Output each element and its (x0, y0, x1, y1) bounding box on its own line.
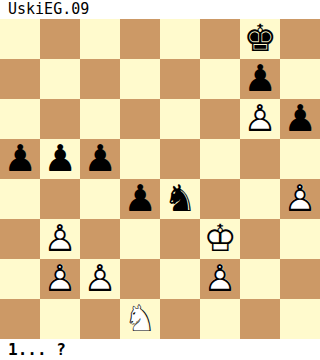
white-pawn[interactable]: ♟♙ (40, 219, 80, 259)
black-pawn-glyph: ♟ (120, 179, 160, 219)
square-b1[interactable] (40, 299, 80, 339)
square-h5[interactable] (280, 139, 320, 179)
square-a6[interactable] (0, 99, 40, 139)
white-pawn-outline: ♙ (280, 179, 320, 219)
square-c3[interactable] (80, 219, 120, 259)
square-c7[interactable] (80, 59, 120, 99)
square-b5[interactable]: ♟ (40, 139, 80, 179)
square-g5[interactable] (240, 139, 280, 179)
black-king[interactable]: ♚ (240, 19, 280, 59)
square-e8[interactable] (160, 19, 200, 59)
square-a8[interactable] (0, 19, 40, 59)
square-d3[interactable] (120, 219, 160, 259)
black-pawn[interactable]: ♟ (120, 179, 160, 219)
white-king-outline: ♔ (200, 219, 240, 259)
square-e3[interactable] (160, 219, 200, 259)
white-pawn[interactable]: ♟♙ (280, 179, 320, 219)
square-a1[interactable] (0, 299, 40, 339)
white-king[interactable]: ♚♔ (200, 219, 240, 259)
square-c2[interactable]: ♟♙ (80, 259, 120, 299)
white-pawn-outline: ♙ (80, 259, 120, 299)
square-h1[interactable] (280, 299, 320, 339)
square-c6[interactable] (80, 99, 120, 139)
square-b3[interactable]: ♟♙ (40, 219, 80, 259)
square-g2[interactable] (240, 259, 280, 299)
square-d7[interactable] (120, 59, 160, 99)
square-b4[interactable] (40, 179, 80, 219)
square-f8[interactable] (200, 19, 240, 59)
square-d5[interactable] (120, 139, 160, 179)
white-pawn[interactable]: ♟♙ (240, 99, 280, 139)
white-knight-outline: ♘ (120, 299, 160, 339)
black-knight-glyph: ♞ (160, 179, 200, 219)
square-h3[interactable] (280, 219, 320, 259)
square-f3[interactable]: ♚♔ (200, 219, 240, 259)
square-e2[interactable] (160, 259, 200, 299)
black-pawn[interactable]: ♟ (280, 99, 320, 139)
square-c5[interactable]: ♟ (80, 139, 120, 179)
square-b2[interactable]: ♟♙ (40, 259, 80, 299)
square-h6[interactable]: ♟ (280, 99, 320, 139)
square-a4[interactable] (0, 179, 40, 219)
black-pawn-glyph: ♟ (280, 99, 320, 139)
square-a5[interactable]: ♟ (0, 139, 40, 179)
square-b7[interactable] (40, 59, 80, 99)
move-prompt: 1... ? (0, 339, 320, 360)
square-f7[interactable] (200, 59, 240, 99)
black-pawn[interactable]: ♟ (240, 59, 280, 99)
square-b6[interactable] (40, 99, 80, 139)
black-pawn[interactable]: ♟ (0, 139, 40, 179)
square-h2[interactable] (280, 259, 320, 299)
square-a3[interactable] (0, 219, 40, 259)
black-pawn-glyph: ♟ (80, 139, 120, 179)
white-pawn-outline: ♙ (40, 219, 80, 259)
square-e6[interactable] (160, 99, 200, 139)
square-e4[interactable]: ♞ (160, 179, 200, 219)
square-d1[interactable]: ♞♘ (120, 299, 160, 339)
white-knight[interactable]: ♞♘ (120, 299, 160, 339)
square-h8[interactable] (280, 19, 320, 59)
square-f1[interactable] (200, 299, 240, 339)
square-c1[interactable] (80, 299, 120, 339)
black-king-glyph: ♚ (240, 19, 280, 59)
square-f4[interactable] (200, 179, 240, 219)
black-pawn[interactable]: ♟ (80, 139, 120, 179)
square-a2[interactable] (0, 259, 40, 299)
black-pawn-glyph: ♟ (0, 139, 40, 179)
white-pawn-outline: ♙ (40, 259, 80, 299)
square-g7[interactable]: ♟ (240, 59, 280, 99)
square-g1[interactable] (240, 299, 280, 339)
square-f5[interactable] (200, 139, 240, 179)
black-knight[interactable]: ♞ (160, 179, 200, 219)
black-pawn-glyph: ♟ (40, 139, 80, 179)
black-pawn-glyph: ♟ (240, 59, 280, 99)
square-e7[interactable] (160, 59, 200, 99)
square-d2[interactable] (120, 259, 160, 299)
white-pawn[interactable]: ♟♙ (80, 259, 120, 299)
square-b8[interactable] (40, 19, 80, 59)
square-g8[interactable]: ♚ (240, 19, 280, 59)
square-g3[interactable] (240, 219, 280, 259)
square-g4[interactable] (240, 179, 280, 219)
square-g6[interactable]: ♟♙ (240, 99, 280, 139)
square-h4[interactable]: ♟♙ (280, 179, 320, 219)
square-h7[interactable] (280, 59, 320, 99)
square-f6[interactable] (200, 99, 240, 139)
black-pawn[interactable]: ♟ (40, 139, 80, 179)
square-c8[interactable] (80, 19, 120, 59)
square-f2[interactable]: ♟♙ (200, 259, 240, 299)
square-a7[interactable] (0, 59, 40, 99)
chess-board: ♚♟♟♙♟♟♟♟♟♞♟♙♟♙♚♔♟♙♟♙♟♙♞♘ (0, 19, 320, 339)
square-d8[interactable] (120, 19, 160, 59)
square-d4[interactable]: ♟ (120, 179, 160, 219)
square-d6[interactable] (120, 99, 160, 139)
square-e1[interactable] (160, 299, 200, 339)
white-pawn[interactable]: ♟♙ (40, 259, 80, 299)
white-pawn-outline: ♙ (200, 259, 240, 299)
square-c4[interactable] (80, 179, 120, 219)
white-pawn[interactable]: ♟♙ (200, 259, 240, 299)
white-pawn-outline: ♙ (240, 99, 280, 139)
square-e5[interactable] (160, 139, 200, 179)
